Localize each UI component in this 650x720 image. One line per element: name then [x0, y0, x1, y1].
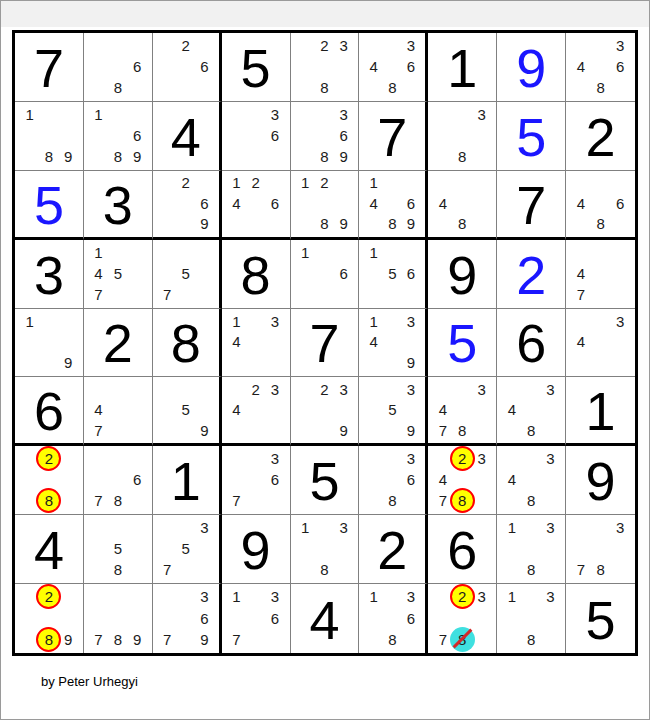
candidate-digit[interactable]: 9	[335, 147, 353, 165]
candidate-digit[interactable]: 3	[611, 312, 629, 330]
candidate-slot	[176, 420, 195, 440]
candidate-digit[interactable]: 8	[109, 78, 127, 96]
candidate-digit[interactable]: 7	[158, 630, 176, 648]
cell-r9c6[interactable]: 1368	[359, 584, 428, 653]
candidate-slot	[195, 379, 214, 399]
cell-r8c9[interactable]: 378	[566, 515, 635, 584]
cell-r7c2[interactable]: 678	[84, 446, 153, 515]
candidate-digit[interactable]: 7	[227, 492, 245, 510]
candidate-digit[interactable]: 9	[59, 630, 77, 648]
candidate-slot	[315, 400, 334, 420]
candidate-digit[interactable]: 3	[402, 312, 420, 330]
cell-r9c8[interactable]: 138	[497, 584, 566, 653]
candidate-slot: 7	[433, 420, 452, 440]
candidate-slot	[383, 173, 402, 193]
candidate-digit[interactable]: 7	[158, 285, 176, 303]
candidate-slot	[176, 379, 195, 399]
candidate-slot	[296, 193, 315, 213]
cell-r6c1[interactable]: 6	[15, 377, 84, 446]
candidate-slot	[20, 146, 39, 167]
candidate-slot	[315, 193, 334, 213]
candidate-digit[interactable]: 3	[541, 381, 559, 399]
candidate-digit[interactable]: 9	[195, 421, 213, 439]
candidate-slot	[176, 607, 195, 628]
candidate-digit[interactable]: 2	[315, 381, 333, 399]
candidate-slot	[502, 538, 521, 559]
candidate-digit[interactable]: 9	[59, 354, 77, 372]
candidate-digit[interactable]: 3	[266, 105, 284, 123]
candidate-digit[interactable]: 6	[402, 471, 420, 489]
cell-r1c5[interactable]: 238	[291, 33, 360, 102]
cell-r5c1[interactable]: 19	[15, 309, 84, 378]
cell-r3c4[interactable]: 1246	[222, 171, 291, 240]
cell-r1c3[interactable]: 26	[153, 33, 222, 102]
cell-r5c4[interactable]: 134	[222, 309, 291, 378]
cell-r1c7[interactable]: 1	[428, 33, 497, 102]
candidate-digit[interactable]: 8	[109, 492, 127, 510]
cell-r6c7[interactable]: 3478	[428, 377, 497, 446]
candidate-digit[interactable]: 4	[365, 333, 383, 351]
candidate-slot	[195, 173, 214, 193]
candidate-digit[interactable]: 7	[90, 285, 108, 303]
candidate-digit[interactable]: 6	[128, 126, 146, 144]
candidate-digit[interactable]: 5	[109, 540, 127, 558]
candidate-digit[interactable]: 6	[266, 471, 284, 489]
highlighted-candidate[interactable]: 2	[450, 584, 475, 609]
candidate-digit[interactable]: 8	[592, 78, 610, 96]
candidate-digit[interactable]: 4	[365, 194, 383, 212]
candidate-digit[interactable]: 6	[195, 194, 213, 212]
cell-r5c9[interactable]: 34	[566, 309, 635, 378]
candidate-slot	[541, 400, 560, 420]
candidate-digit[interactable]: 4	[227, 333, 245, 351]
cell-r7c4[interactable]: 367	[222, 446, 291, 515]
cell-r3c3[interactable]: 269	[153, 171, 222, 240]
candidate-digit[interactable]: 4	[227, 401, 245, 419]
cell-r8c4[interactable]: 9	[222, 515, 291, 584]
candidate-digit[interactable]: 4	[365, 57, 383, 75]
candidate-digit[interactable]: 2	[315, 174, 333, 192]
cell-r6c6[interactable]: 359	[359, 377, 428, 446]
candidate-slot	[89, 586, 108, 607]
candidate-slot: 8	[108, 629, 127, 650]
candidate-slot	[59, 469, 78, 490]
candidate-digit[interactable]: 3	[541, 588, 559, 606]
cell-r3c1[interactable]: 5	[15, 171, 84, 240]
candidate-digit[interactable]: 3	[611, 36, 629, 54]
candidate-slot	[502, 490, 521, 511]
cell-r6c2[interactable]: 47	[84, 377, 153, 446]
candidate-slot	[610, 352, 630, 373]
cell-r4c4[interactable]: 8	[222, 240, 291, 309]
cell-r1c6[interactable]: 3468	[359, 33, 428, 102]
candidate-digit[interactable]: 3	[402, 450, 420, 468]
candidate-digit[interactable]: 3	[266, 381, 284, 399]
candidate-slot	[315, 517, 334, 538]
candidate-slot: 4	[571, 332, 591, 353]
cell-r3c6[interactable]: 14689	[359, 171, 428, 240]
candidate-digit[interactable]: 9	[402, 215, 420, 233]
candidate-digit[interactable]: 9	[195, 630, 213, 648]
candidate-digit[interactable]: 1	[365, 243, 383, 261]
candidate-slot	[265, 146, 284, 167]
candidate-digit[interactable]: 3	[335, 105, 353, 123]
candidate-slot	[522, 469, 541, 490]
candidate-digit[interactable]: 1	[90, 105, 108, 123]
candidate-digit[interactable]: 6	[402, 264, 420, 282]
candidate-digit[interactable]: 4	[572, 333, 590, 351]
candidate-digit[interactable]: 4	[90, 401, 108, 419]
candidate-digit[interactable]: 2	[177, 174, 195, 192]
candidate-grid: 26	[158, 35, 214, 98]
candidate-grid: 238	[296, 35, 354, 98]
candidate-digit[interactable]: 1	[227, 174, 245, 192]
candidate-digit[interactable]: 7	[227, 630, 245, 648]
candidate-digit[interactable]: 8	[315, 215, 333, 233]
candidate-slot	[591, 517, 611, 538]
cell-r7c8[interactable]: 348	[497, 446, 566, 515]
cell-r2c6[interactable]: 7	[359, 102, 428, 171]
given-digit: 7	[497, 171, 565, 237]
cell-r8c1[interactable]: 4	[15, 515, 84, 584]
cell-r1c1[interactable]: 7	[15, 33, 84, 102]
candidate-slot	[402, 242, 421, 263]
candidate-digit[interactable]: 3	[335, 519, 353, 537]
candidate-slot	[383, 193, 402, 213]
candidate-slot	[59, 125, 78, 146]
candidate-digit[interactable]: 6	[195, 609, 213, 627]
cell-r5c3[interactable]: 8	[153, 309, 222, 378]
highlighted-candidate[interactable]: 2	[450, 446, 475, 471]
candidate-digit[interactable]: 7	[90, 630, 108, 648]
candidate-slot	[195, 284, 214, 305]
candidate-slot: 8	[522, 420, 541, 440]
candidate-digit[interactable]: 2	[177, 36, 195, 54]
candidate-digit[interactable]: 8	[522, 492, 540, 510]
candidate-slot: 9	[334, 146, 353, 167]
candidate-digit[interactable]: 8	[383, 78, 401, 96]
candidate-digit[interactable]: 4	[434, 194, 452, 212]
candidate-slot	[158, 56, 177, 77]
candidate-digit[interactable]: 3	[195, 588, 213, 606]
candidate-slot	[502, 448, 521, 469]
candidate-digit[interactable]: 1	[365, 588, 383, 606]
candidate-digit[interactable]: 4	[572, 57, 590, 75]
cell-r9c1[interactable]: 289	[15, 584, 84, 653]
candidate-slot	[195, 559, 214, 580]
candidate-slot	[591, 193, 611, 213]
candidate-grid: 58	[89, 517, 147, 580]
candidate-slot	[296, 559, 315, 580]
candidate-digit[interactable]: 1	[21, 312, 39, 330]
candidate-digit[interactable]: 9	[335, 215, 353, 233]
cell-r3c2[interactable]: 3	[84, 171, 153, 240]
candidate-slot	[472, 469, 491, 490]
candidate-grid: 156	[364, 242, 420, 305]
cell-r1c9[interactable]: 3468	[566, 33, 635, 102]
candidate-digit[interactable]: 1	[365, 174, 383, 192]
candidate-digit[interactable]: 1	[227, 588, 245, 606]
candidate-digit[interactable]: 1	[21, 105, 39, 123]
cell-r2c7[interactable]: 38	[428, 102, 497, 171]
cell-r2c1[interactable]: 189	[15, 102, 84, 171]
candidate-digit[interactable]: 3	[335, 381, 353, 399]
cell-r8c6[interactable]: 2	[359, 515, 428, 584]
candidate-digit[interactable]: 4	[572, 194, 590, 212]
candidate-digit[interactable]: 3	[473, 381, 491, 399]
cell-r5c8[interactable]: 6	[497, 309, 566, 378]
candidate-digit[interactable]: 3	[611, 519, 629, 537]
cell-r4c1[interactable]: 3	[15, 240, 84, 309]
candidate-slot: 6	[610, 56, 630, 77]
cell-r8c7[interactable]: 6	[428, 515, 497, 584]
candidate-digit[interactable]: 8	[592, 215, 610, 233]
candidate-digit[interactable]: 6	[335, 264, 353, 282]
candidate-digit[interactable]: 4	[572, 264, 590, 282]
cell-r5c7[interactable]: 5	[428, 309, 497, 378]
cell-r6c9[interactable]: 1	[566, 377, 635, 446]
cell-r8c2[interactable]: 58	[84, 515, 153, 584]
candidate-digit[interactable]: 9	[335, 421, 353, 439]
cell-r2c5[interactable]: 3689	[291, 102, 360, 171]
cell-r3c7[interactable]: 48	[428, 171, 497, 240]
candidate-slot	[571, 213, 591, 233]
candidate-digit[interactable]: 3	[541, 450, 559, 468]
cell-r4c2[interactable]: 1457	[84, 240, 153, 309]
cell-r6c5[interactable]: 239	[291, 377, 360, 446]
candidate-digit[interactable]: 3	[473, 588, 491, 606]
given-digit: 3	[84, 171, 152, 237]
cell-r5c6[interactable]: 1349	[359, 309, 428, 378]
candidate-slot: 8	[453, 213, 472, 233]
candidate-digit[interactable]: 3	[402, 36, 420, 54]
cell-r9c2[interactable]: 789	[84, 584, 153, 653]
cell-r3c9[interactable]: 468	[566, 171, 635, 240]
cell-r4c9[interactable]: 47	[566, 240, 635, 309]
candidate-digit[interactable]: 8	[522, 561, 540, 579]
given-digit: 1	[428, 33, 496, 101]
candidate-digit[interactable]: 1	[90, 243, 108, 261]
candidate-digit[interactable]: 2	[315, 36, 333, 54]
cell-r7c9[interactable]: 9	[566, 446, 635, 515]
candidate-digit[interactable]: 4	[434, 401, 452, 419]
candidate-slot: 5	[383, 400, 402, 420]
given-digit: 7	[291, 309, 359, 377]
cell-r3c5[interactable]: 1289	[291, 171, 360, 240]
candidate-digit[interactable]: 8	[109, 147, 127, 165]
candidate-slot	[20, 469, 39, 490]
candidate-slot	[296, 284, 315, 305]
candidate-digit[interactable]: 8	[315, 78, 333, 96]
candidate-digit[interactable]: 8	[315, 561, 333, 579]
cell-r8c3[interactable]: 357	[153, 515, 222, 584]
candidate-digit[interactable]: 3	[195, 519, 213, 537]
candidate-digit[interactable]: 8	[592, 561, 610, 579]
candidate-digit[interactable]: 8	[40, 147, 58, 165]
candidate-digit[interactable]: 4	[503, 401, 521, 419]
candidate-digit[interactable]: 3	[266, 312, 284, 330]
candidate-slot	[246, 420, 265, 440]
cell-r4c3[interactable]: 57	[153, 240, 222, 309]
cell-r7c5[interactable]: 5	[291, 446, 360, 515]
cell-r2c4[interactable]: 36	[222, 102, 291, 171]
candidate-digit[interactable]: 9	[195, 215, 213, 233]
candidate-slot	[610, 213, 630, 233]
cell-r9c9[interactable]: 5	[566, 584, 635, 653]
candidate-digit[interactable]: 1	[227, 312, 245, 330]
cell-r7c3[interactable]: 1	[153, 446, 222, 515]
candidate-digit[interactable]: 5	[177, 540, 195, 558]
candidate-digit[interactable]: 1	[296, 174, 314, 192]
candidate-slot	[522, 517, 541, 538]
candidate-digit[interactable]: 6	[402, 194, 420, 212]
candidate-digit[interactable]: 4	[227, 194, 245, 212]
cell-r9c5[interactable]: 4	[291, 584, 360, 653]
candidate-digit[interactable]: 1	[296, 243, 314, 261]
candidate-digit[interactable]: 8	[109, 630, 127, 648]
cell-r6c3[interactable]: 59	[153, 377, 222, 446]
candidate-digit[interactable]: 5	[383, 264, 401, 282]
candidate-digit[interactable]: 9	[402, 354, 420, 372]
cell-r4c5[interactable]: 16	[291, 240, 360, 309]
candidate-slot: 9	[195, 420, 214, 440]
candidate-digit[interactable]: 6	[195, 57, 213, 75]
candidate-digit[interactable]: 1	[296, 519, 314, 537]
cell-r3c8[interactable]: 7	[497, 171, 566, 240]
candidate-digit[interactable]: 6	[128, 57, 146, 75]
candidate-digit[interactable]: 8	[453, 215, 471, 233]
candidate-digit[interactable]: 7	[90, 421, 108, 439]
candidate-digit[interactable]: 6	[266, 609, 284, 627]
candidate-slot: 3	[195, 586, 214, 607]
cell-r2c3[interactable]: 4	[153, 102, 222, 171]
candidate-slot	[227, 352, 246, 373]
candidate-digit[interactable]: 8	[522, 630, 540, 648]
candidate-grid: 1289	[296, 173, 354, 234]
candidate-digit[interactable]: 8	[383, 492, 401, 510]
cell-r6c8[interactable]: 348	[497, 377, 566, 446]
candidate-slot	[334, 193, 353, 213]
candidate-digit[interactable]: 5	[177, 401, 195, 419]
candidate-digit[interactable]: 6	[335, 126, 353, 144]
cell-r4c7[interactable]: 9	[428, 240, 497, 309]
candidate-digit[interactable]: 8	[109, 561, 127, 579]
candidate-digit[interactable]: 7	[572, 561, 590, 579]
candidate-digit[interactable]: 5	[383, 401, 401, 419]
candidate-digit[interactable]: 1	[503, 519, 521, 537]
candidate-digit[interactable]: 2	[247, 381, 265, 399]
candidate-digit[interactable]: 6	[266, 126, 284, 144]
cell-r1c4[interactable]: 5	[222, 33, 291, 102]
candidate-slot	[364, 448, 383, 469]
candidate-digit[interactable]: 6	[402, 609, 420, 627]
cell-r8c8[interactable]: 138	[497, 515, 566, 584]
candidate-digit[interactable]: 6	[611, 194, 629, 212]
candidate-digit[interactable]: 9	[128, 630, 146, 648]
candidate-digit[interactable]: 3	[473, 105, 491, 123]
cell-r7c1[interactable]: 28	[15, 446, 84, 515]
candidate-slot: 9	[402, 213, 421, 233]
candidate-digit[interactable]: 3	[335, 36, 353, 54]
candidate-digit[interactable]: 3	[473, 450, 491, 468]
candidate-digit[interactable]: 4	[434, 471, 452, 489]
highlighted-candidate[interactable]: 8	[450, 488, 475, 513]
candidate-slot	[89, 607, 108, 628]
candidate-slot: 3	[265, 104, 284, 125]
candidate-digit[interactable]: 1	[503, 588, 521, 606]
cell-r5c2[interactable]: 2	[84, 309, 153, 378]
candidate-slot	[108, 607, 127, 628]
candidate-digit[interactable]: 4	[90, 264, 108, 282]
cell-r2c9[interactable]: 2	[566, 102, 635, 171]
candidate-digit[interactable]: 6	[128, 471, 146, 489]
cell-r2c8[interactable]: 5	[497, 102, 566, 171]
candidate-slot	[89, 448, 108, 469]
candidate-digit[interactable]: 3	[266, 588, 284, 606]
candidate-digit[interactable]: 3	[541, 519, 559, 537]
candidate-digit[interactable]: 2	[247, 174, 265, 192]
cell-r4c6[interactable]: 156	[359, 240, 428, 309]
candidate-digit[interactable]: 9	[59, 147, 77, 165]
candidate-digit[interactable]: 3	[402, 588, 420, 606]
cell-r7c6[interactable]: 368	[359, 446, 428, 515]
candidate-digit[interactable]: 7	[158, 561, 176, 579]
candidate-slot	[39, 125, 58, 146]
cell-r1c2[interactable]: 68	[84, 33, 153, 102]
candidate-digit[interactable]: 1	[365, 312, 383, 330]
cell-r9c4[interactable]: 1367	[222, 584, 291, 653]
cell-r8c5[interactable]: 138	[291, 515, 360, 584]
candidate-digit[interactable]: 8	[315, 147, 333, 165]
candidate-digit[interactable]: 6	[611, 57, 629, 75]
cell-r9c7[interactable]: 2378	[428, 584, 497, 653]
candidate-slot: 4	[502, 400, 521, 420]
cell-r2c2[interactable]: 1689	[84, 102, 153, 171]
candidate-digit[interactable]: 6	[266, 194, 284, 212]
candidate-digit[interactable]: 7	[90, 492, 108, 510]
candidate-slot: 8	[108, 77, 127, 98]
candidate-digit[interactable]: 6	[402, 57, 420, 75]
candidate-digit[interactable]: 8	[453, 421, 471, 439]
candidate-slot	[472, 400, 491, 420]
candidate-slot: 3	[541, 517, 560, 538]
candidate-slot: 4	[571, 263, 591, 284]
candidate-digit[interactable]: 8	[383, 630, 401, 648]
cell-r1c8[interactable]: 9	[497, 33, 566, 102]
candidate-digit[interactable]: 9	[402, 421, 420, 439]
cell-r9c3[interactable]: 3679	[153, 584, 222, 653]
candidate-digit[interactable]: 3	[402, 381, 420, 399]
cell-r4c8[interactable]: 2	[497, 240, 566, 309]
candidate-digit[interactable]: 4	[503, 471, 521, 489]
cell-r6c4[interactable]: 234	[222, 377, 291, 446]
candidate-digit[interactable]: 5	[109, 264, 127, 282]
candidate-digit[interactable]: 7	[572, 285, 590, 303]
candidate-digit[interactable]: 3	[266, 450, 284, 468]
candidate-digit[interactable]: 8	[522, 421, 540, 439]
candidate-digit[interactable]: 5	[177, 264, 195, 282]
candidate-digit[interactable]: 7	[434, 421, 452, 439]
candidate-digit[interactable]: 8	[383, 215, 401, 233]
candidate-slot: 4	[433, 400, 452, 420]
cell-r7c7[interactable]: 23478	[428, 446, 497, 515]
cell-r5c5[interactable]: 7	[291, 309, 360, 378]
given-digit: 3	[15, 240, 83, 308]
candidate-digit[interactable]: 9	[128, 147, 146, 165]
eliminated-candidate[interactable]: 8	[450, 627, 475, 652]
candidate-digit[interactable]: 8	[453, 147, 471, 165]
candidate-slot	[453, 193, 472, 213]
